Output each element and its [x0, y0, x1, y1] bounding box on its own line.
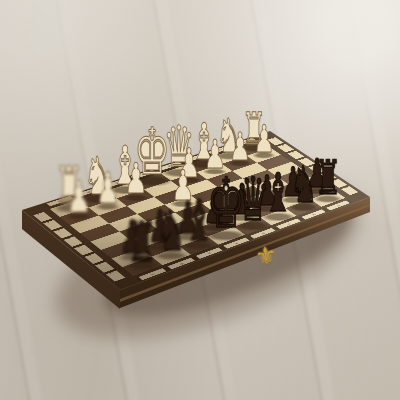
clasp-ornament: ⚜: [254, 242, 279, 269]
chess-set-photo: hh11gg22ff33ee44dd55cc66bb77aa88 ⚜ ♜♞♝♛♚…: [0, 0, 400, 400]
fleur-de-lis-icon: ⚜: [254, 240, 279, 271]
